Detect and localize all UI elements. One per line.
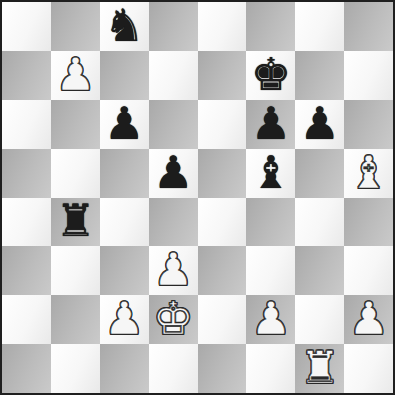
square-e7[interactable] xyxy=(198,51,247,100)
square-b7[interactable]: ♟ xyxy=(51,51,100,100)
square-d2[interactable]: ♚ xyxy=(149,295,198,344)
black-pawn[interactable]: ♟ xyxy=(300,101,340,146)
square-g7[interactable] xyxy=(295,51,344,100)
square-f1[interactable] xyxy=(246,344,295,393)
square-c4[interactable] xyxy=(100,198,149,247)
square-c3[interactable] xyxy=(100,246,149,295)
square-d7[interactable] xyxy=(149,51,198,100)
white-rook[interactable]: ♜ xyxy=(300,345,340,390)
white-king[interactable]: ♚ xyxy=(153,296,193,341)
square-f5[interactable]: ♝ xyxy=(246,149,295,198)
black-knight[interactable]: ♞ xyxy=(104,3,144,48)
square-h5[interactable]: ♝ xyxy=(344,149,393,198)
white-pawn[interactable]: ♟ xyxy=(348,296,388,341)
square-e8[interactable] xyxy=(198,2,247,51)
square-g1[interactable]: ♜ xyxy=(295,344,344,393)
square-d4[interactable] xyxy=(149,198,198,247)
black-king[interactable]: ♚ xyxy=(251,52,291,97)
square-a5[interactable] xyxy=(2,149,51,198)
square-d1[interactable] xyxy=(149,344,198,393)
square-f8[interactable] xyxy=(246,2,295,51)
square-h1[interactable] xyxy=(344,344,393,393)
square-b6[interactable] xyxy=(51,100,100,149)
square-b3[interactable] xyxy=(51,246,100,295)
square-a3[interactable] xyxy=(2,246,51,295)
square-f6[interactable]: ♟ xyxy=(246,100,295,149)
chess-board-frame: ♞♟♚♟♟♟♟♝♝♜♟♟♚♟♟♜ xyxy=(0,0,395,395)
square-h2[interactable]: ♟ xyxy=(344,295,393,344)
square-g5[interactable] xyxy=(295,149,344,198)
square-g8[interactable] xyxy=(295,2,344,51)
white-pawn[interactable]: ♟ xyxy=(153,247,193,292)
white-pawn[interactable]: ♟ xyxy=(55,52,95,97)
square-h7[interactable] xyxy=(344,51,393,100)
square-c5[interactable] xyxy=(100,149,149,198)
square-d6[interactable] xyxy=(149,100,198,149)
square-e6[interactable] xyxy=(198,100,247,149)
black-pawn[interactable]: ♟ xyxy=(104,101,144,146)
square-h3[interactable] xyxy=(344,246,393,295)
square-d8[interactable] xyxy=(149,2,198,51)
square-c6[interactable]: ♟ xyxy=(100,100,149,149)
white-pawn[interactable]: ♟ xyxy=(251,296,291,341)
white-bishop[interactable]: ♝ xyxy=(348,150,388,195)
square-d3[interactable]: ♟ xyxy=(149,246,198,295)
square-f7[interactable]: ♚ xyxy=(246,51,295,100)
square-g3[interactable] xyxy=(295,246,344,295)
square-c2[interactable]: ♟ xyxy=(100,295,149,344)
square-e1[interactable] xyxy=(198,344,247,393)
square-a1[interactable] xyxy=(2,344,51,393)
square-e5[interactable] xyxy=(198,149,247,198)
square-e4[interactable] xyxy=(198,198,247,247)
black-bishop[interactable]: ♝ xyxy=(251,150,291,195)
square-a8[interactable] xyxy=(2,2,51,51)
square-b1[interactable] xyxy=(51,344,100,393)
square-h8[interactable] xyxy=(344,2,393,51)
square-c1[interactable] xyxy=(100,344,149,393)
square-h6[interactable] xyxy=(344,100,393,149)
square-b4[interactable]: ♜ xyxy=(51,198,100,247)
square-b8[interactable] xyxy=(51,2,100,51)
square-b5[interactable] xyxy=(51,149,100,198)
square-b2[interactable] xyxy=(51,295,100,344)
white-pawn[interactable]: ♟ xyxy=(104,296,144,341)
square-a4[interactable] xyxy=(2,198,51,247)
chess-board: ♞♟♚♟♟♟♟♝♝♜♟♟♚♟♟♜ xyxy=(2,2,393,393)
square-c7[interactable] xyxy=(100,51,149,100)
square-e3[interactable] xyxy=(198,246,247,295)
square-f2[interactable]: ♟ xyxy=(246,295,295,344)
square-a2[interactable] xyxy=(2,295,51,344)
black-pawn[interactable]: ♟ xyxy=(153,150,193,195)
square-a7[interactable] xyxy=(2,51,51,100)
square-d5[interactable]: ♟ xyxy=(149,149,198,198)
square-a6[interactable] xyxy=(2,100,51,149)
square-g4[interactable] xyxy=(295,198,344,247)
square-e2[interactable] xyxy=(198,295,247,344)
square-h4[interactable] xyxy=(344,198,393,247)
square-c8[interactable]: ♞ xyxy=(100,2,149,51)
square-g2[interactable] xyxy=(295,295,344,344)
square-f3[interactable] xyxy=(246,246,295,295)
square-f4[interactable] xyxy=(246,198,295,247)
black-pawn[interactable]: ♟ xyxy=(251,101,291,146)
black-rook[interactable]: ♜ xyxy=(55,198,95,243)
square-g6[interactable]: ♟ xyxy=(295,100,344,149)
